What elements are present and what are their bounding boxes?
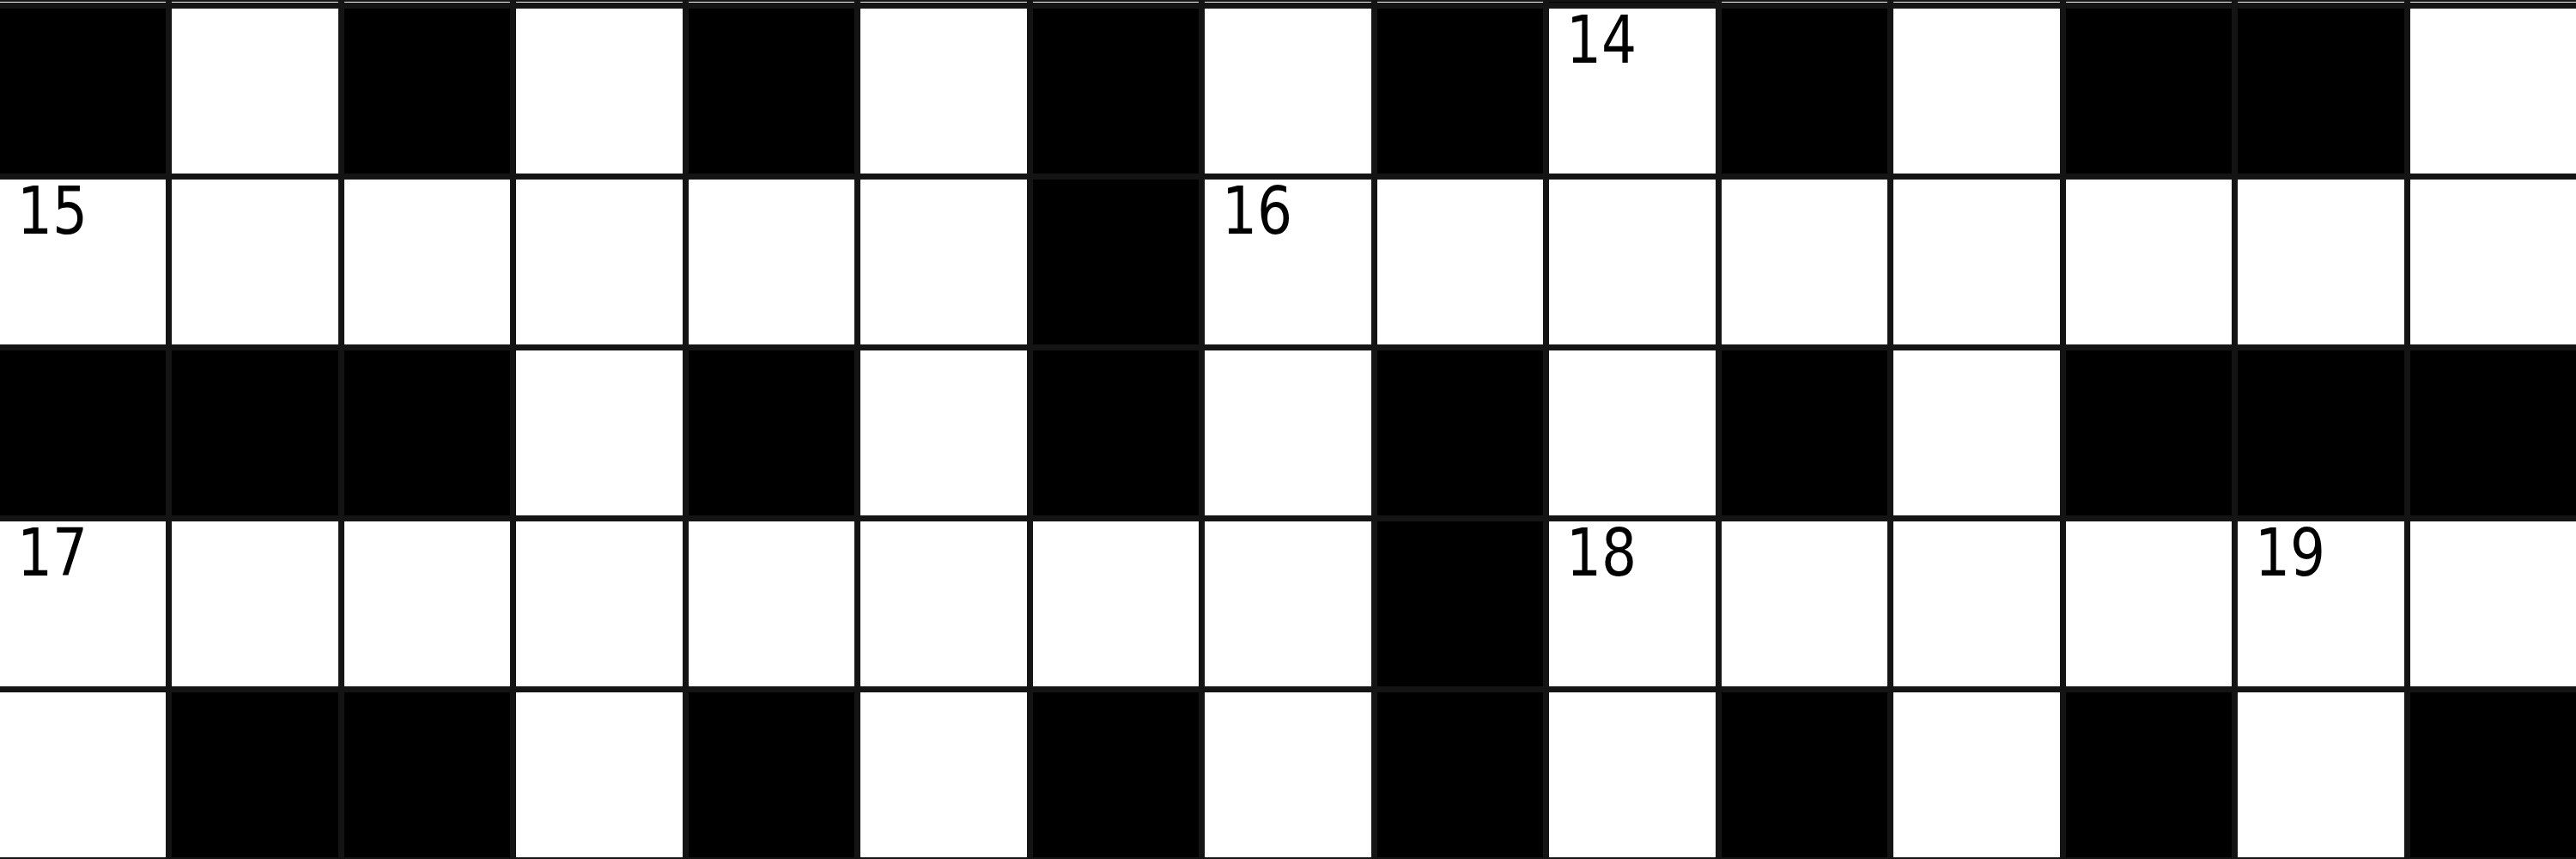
cell-r5c6 <box>1033 692 1199 857</box>
cell-r1c0 <box>0 9 166 174</box>
cell-r5c12 <box>2066 692 2232 857</box>
clipped-row-gridline <box>0 0 2576 2</box>
cell-r4c3[interactable] <box>516 521 682 686</box>
cell-r4c8 <box>1377 521 1543 686</box>
cell-r3c9[interactable] <box>1549 350 1715 515</box>
cell-r2c9[interactable] <box>1549 180 1715 344</box>
cell-r2c2[interactable] <box>344 180 510 344</box>
cell-r1c12 <box>2066 9 2232 174</box>
cell-r5c2 <box>344 692 510 857</box>
cell-r2c8[interactable] <box>1377 180 1543 344</box>
cell-r3c6 <box>1033 350 1199 515</box>
cell-r2c4[interactable] <box>689 180 854 344</box>
cell-r4c4[interactable] <box>689 521 854 686</box>
cell-r4c9[interactable]: 18 <box>1549 521 1715 686</box>
cell-r3c8 <box>1377 350 1543 515</box>
cell-r1c6 <box>1033 9 1199 174</box>
clue-number-16: 16 <box>1222 173 1292 249</box>
cell-r1c10 <box>1722 9 1887 174</box>
cell-r5c14 <box>2410 692 2576 857</box>
cell-r4c10[interactable] <box>1722 521 1887 686</box>
cell-r3c4 <box>689 350 854 515</box>
cell-r2c5[interactable] <box>860 180 1026 344</box>
cell-r3c13 <box>2238 350 2403 515</box>
cell-r4c14[interactable] <box>2410 521 2576 686</box>
cell-r5c8 <box>1377 692 1543 857</box>
clue-number-18: 18 <box>1566 515 1637 591</box>
cell-r1c13 <box>2238 9 2403 174</box>
clue-number-14: 14 <box>1566 2 1637 78</box>
clue-number-15: 15 <box>17 173 88 249</box>
cell-r4c13[interactable]: 19 <box>2238 521 2403 686</box>
cell-r1c7[interactable] <box>1205 9 1370 174</box>
clue-number-17: 17 <box>17 515 88 591</box>
cell-r3c10 <box>1722 350 1887 515</box>
cell-r4c11[interactable] <box>1893 521 2059 686</box>
cell-r2c14[interactable] <box>2410 180 2576 344</box>
cell-r2c11[interactable] <box>1893 180 2059 344</box>
cell-r1c1[interactable] <box>172 9 337 174</box>
cell-r3c7[interactable] <box>1205 350 1370 515</box>
cell-r5c5[interactable] <box>860 692 1026 857</box>
clue-number-19: 19 <box>2255 515 2325 591</box>
cell-r1c3[interactable] <box>516 9 682 174</box>
cell-r3c0 <box>0 350 166 515</box>
cell-r5c3[interactable] <box>516 692 682 857</box>
cell-r3c14 <box>2410 350 2576 515</box>
cell-r5c7[interactable] <box>1205 692 1370 857</box>
cell-r1c8 <box>1377 9 1543 174</box>
cell-r4c1[interactable] <box>172 521 337 686</box>
cell-r5c0[interactable] <box>0 692 166 857</box>
cell-r2c3[interactable] <box>516 180 682 344</box>
cell-r4c12[interactable] <box>2066 521 2232 686</box>
cell-r2c10[interactable] <box>1722 180 1887 344</box>
cell-r4c6[interactable] <box>1033 521 1199 686</box>
cell-r4c5[interactable] <box>860 521 1026 686</box>
cell-r5c4 <box>689 692 854 857</box>
cell-r3c1 <box>172 350 337 515</box>
cell-r4c7[interactable] <box>1205 521 1370 686</box>
cell-r1c5[interactable] <box>860 9 1026 174</box>
cell-r1c11[interactable] <box>1893 9 2059 174</box>
cell-r4c0[interactable]: 17 <box>0 521 166 686</box>
cell-r3c11[interactable] <box>1893 350 2059 515</box>
cell-r2c1[interactable] <box>172 180 337 344</box>
cell-r2c13[interactable] <box>2238 180 2403 344</box>
cell-r5c13[interactable] <box>2238 692 2403 857</box>
cell-r4c2[interactable] <box>344 521 510 686</box>
cell-r5c1 <box>172 692 337 857</box>
cell-r2c12[interactable] <box>2066 180 2232 344</box>
cell-r3c12 <box>2066 350 2232 515</box>
cell-r5c11[interactable] <box>1893 692 2059 857</box>
cell-r2c6 <box>1033 180 1199 344</box>
cell-r3c3[interactable] <box>516 350 682 515</box>
cell-r2c7[interactable]: 16 <box>1205 180 1370 344</box>
cell-r1c14[interactable] <box>2410 9 2576 174</box>
cell-r3c5[interactable] <box>860 350 1026 515</box>
cell-r5c9[interactable] <box>1549 692 1715 857</box>
crossword-grid: 141516171819 <box>0 0 2576 857</box>
cell-r2c0[interactable]: 15 <box>0 180 166 344</box>
cell-r1c9[interactable]: 14 <box>1549 9 1715 174</box>
crossword-viewport: 141516171819 <box>0 0 2576 859</box>
cell-r1c2 <box>344 9 510 174</box>
cell-r5c10 <box>1722 692 1887 857</box>
cell-r3c2 <box>344 350 510 515</box>
cell-r1c4 <box>689 9 854 174</box>
